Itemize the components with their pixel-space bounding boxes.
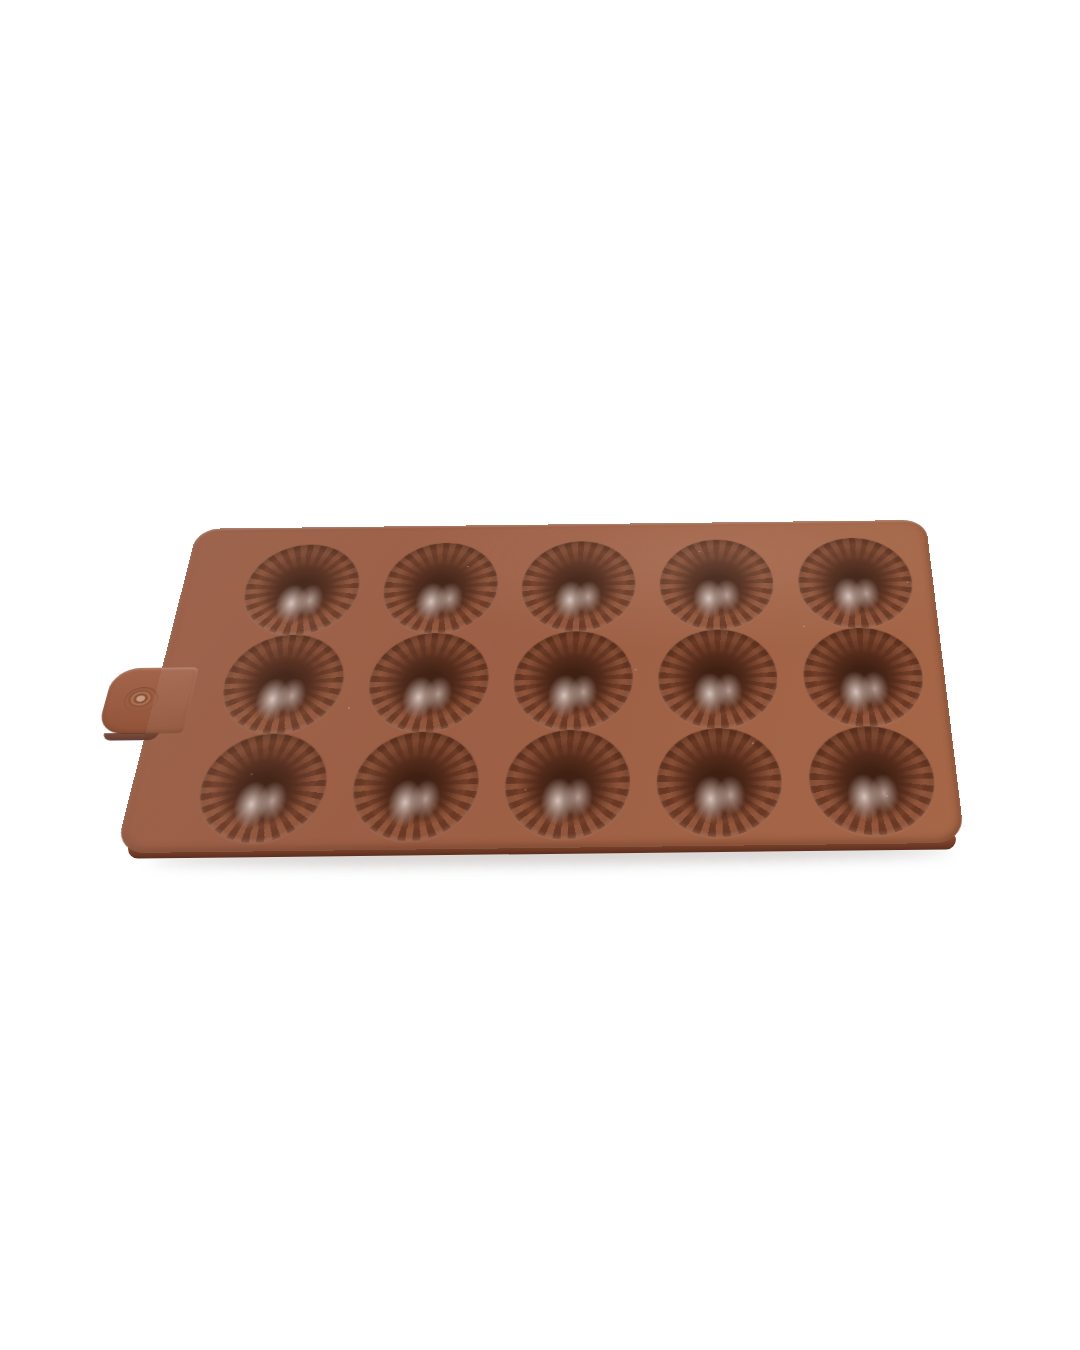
mold-tray bbox=[115, 520, 965, 853]
cavity-r3c5 bbox=[806, 726, 939, 836]
cavity-r1c4 bbox=[660, 539, 776, 630]
cavity-r1c5 bbox=[796, 537, 917, 628]
cavity-cell-r1c5 bbox=[784, 537, 930, 629]
cavity-cell-r3c1 bbox=[175, 733, 348, 844]
cavity-r1c2 bbox=[377, 542, 501, 633]
cavity-r3c2 bbox=[345, 731, 483, 841]
cavity-cell-r3c4 bbox=[642, 727, 798, 837]
product-photo-scene bbox=[0, 0, 1080, 1350]
cavity-cell-r3c2 bbox=[331, 731, 497, 842]
cavity-r3c1 bbox=[189, 733, 335, 843]
cavity-r2c5 bbox=[801, 627, 928, 727]
cavity-cell-r2c5 bbox=[788, 627, 941, 727]
cavity-cell-r1c2 bbox=[364, 542, 514, 634]
mold-tray-wrapper bbox=[110, 423, 965, 853]
cavity-cell-r2c4 bbox=[645, 629, 793, 729]
cavity-r1c1 bbox=[235, 544, 366, 636]
cavity-r1c3 bbox=[518, 541, 636, 632]
cavity-grid bbox=[115, 520, 965, 853]
cavity-cell-r1c4 bbox=[647, 539, 788, 631]
cavity-cell-r3c3 bbox=[487, 729, 645, 840]
cavity-r3c4 bbox=[657, 727, 784, 837]
cavity-cell-r2c3 bbox=[496, 631, 646, 731]
cavity-r2c4 bbox=[658, 629, 779, 729]
cavity-cell-r2c1 bbox=[200, 634, 364, 735]
cavity-cell-r1c1 bbox=[223, 544, 379, 636]
cavity-cell-r3c5 bbox=[793, 726, 954, 836]
cavity-cell-r2c2 bbox=[348, 632, 505, 733]
cavity-r2c2 bbox=[362, 632, 493, 732]
cavity-r2c3 bbox=[510, 631, 634, 731]
cavity-r3c3 bbox=[501, 729, 631, 839]
cavity-r2c1 bbox=[213, 634, 351, 734]
cavity-cell-r1c3 bbox=[505, 541, 648, 633]
